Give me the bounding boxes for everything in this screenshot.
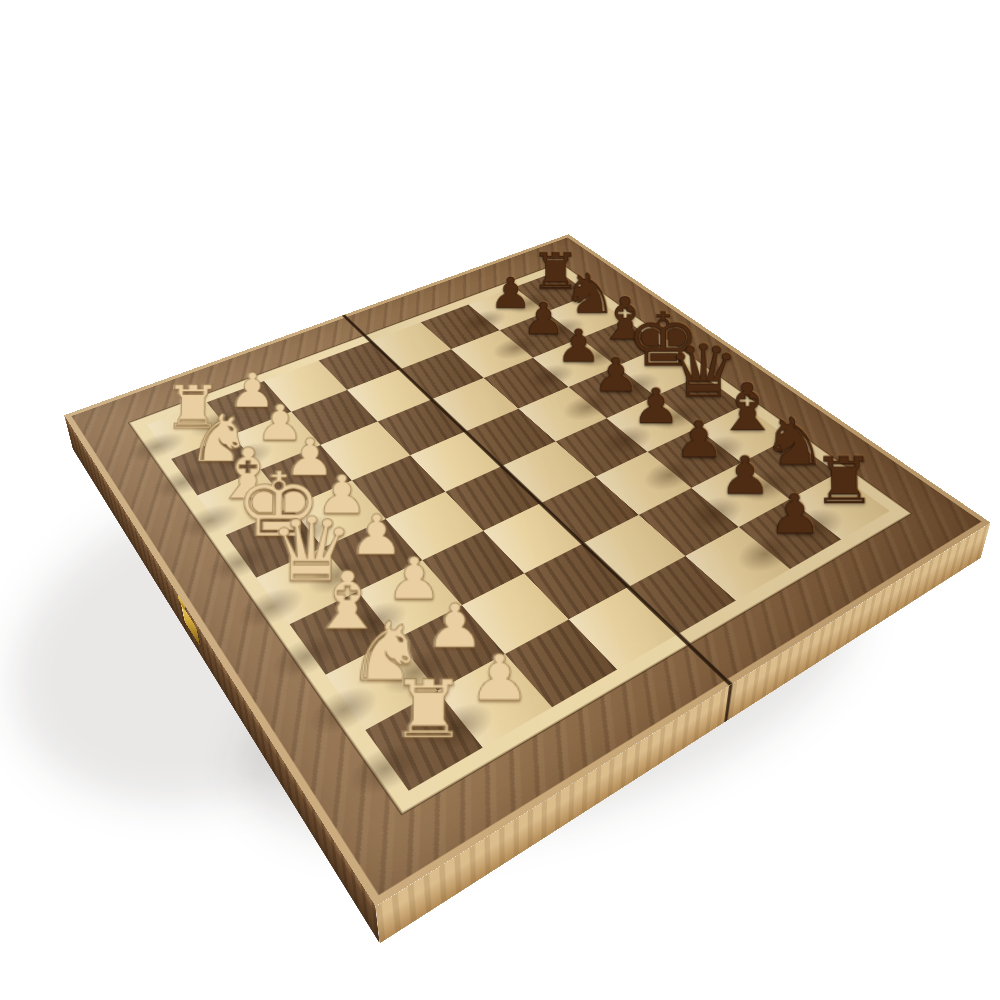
product-photo: ♜♟♟♜♞♟♟♞♝♟♟♝♚♟♟♚♛♟♟♛♝♟♟♝♞♟♟♞♜♟♟♜ bbox=[0, 0, 1000, 1000]
hinge-seam-side bbox=[724, 683, 733, 723]
chess-box: ♜♟♟♜♞♟♟♞♝♟♟♝♚♟♟♚♛♟♟♛♝♟♟♝♞♟♟♞♜♟♟♜ bbox=[64, 234, 990, 906]
white-pawn-glyph: ♟ bbox=[468, 646, 531, 710]
black-pawn-glyph: ♟ bbox=[718, 449, 771, 502]
scene: ♜♟♟♜♞♟♟♞♝♟♟♝♚♟♟♚♛♟♟♛♝♟♟♝♞♟♟♞♜♟♟♜ bbox=[0, 0, 1000, 1000]
white-rook-glyph: ♜ bbox=[389, 670, 467, 750]
black-pawn-glyph: ♟ bbox=[673, 414, 724, 464]
board-top: ♜♟♟♜♞♟♟♞♝♟♟♝♚♟♟♚♛♟♟♛♝♟♟♝♞♟♟♞♜♟♟♜ bbox=[64, 234, 990, 906]
black-pawn-glyph: ♟ bbox=[767, 487, 822, 542]
black-pawn-glyph: ♟ bbox=[631, 382, 680, 431]
